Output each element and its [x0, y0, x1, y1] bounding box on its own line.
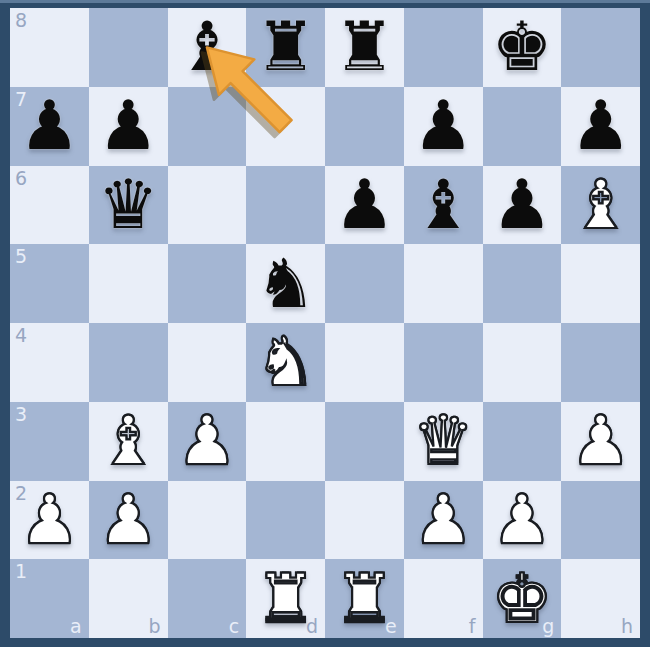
square-g8[interactable]: ♚: [483, 8, 562, 87]
square-g6[interactable]: ♟: [483, 166, 562, 245]
square-c7[interactable]: [168, 87, 247, 166]
file-label: c: [229, 617, 239, 636]
square-g1[interactable]: g♚: [483, 559, 562, 638]
black-pawn[interactable]: ♟: [413, 92, 474, 160]
file-label: b: [148, 617, 160, 636]
file-label: h: [621, 617, 633, 636]
white-pawn[interactable]: ♟: [413, 486, 474, 554]
square-b7[interactable]: ♟: [89, 87, 168, 166]
square-d6[interactable]: [246, 166, 325, 245]
square-h3[interactable]: ♟: [561, 402, 640, 481]
rank-label: 1: [15, 562, 27, 581]
black-pawn[interactable]: ♟: [334, 171, 395, 239]
white-king[interactable]: ♚: [491, 565, 552, 633]
chess-board-frame: 8♝♜♜♚7♟♟♟♟6♛♟♝♟♝5♞4♞3♝♟♛♟2♟♟♟♟1abcd♜e♜fg…: [0, 0, 650, 647]
square-e4[interactable]: [325, 323, 404, 402]
black-king[interactable]: ♚: [491, 13, 552, 81]
square-h8[interactable]: [561, 8, 640, 87]
square-f5[interactable]: [404, 244, 483, 323]
square-a5[interactable]: 5: [10, 244, 89, 323]
black-pawn[interactable]: ♟: [19, 92, 80, 160]
square-c3[interactable]: ♟: [168, 402, 247, 481]
rank-label: 3: [15, 405, 27, 424]
black-bishop[interactable]: ♝: [176, 13, 237, 81]
square-e5[interactable]: [325, 244, 404, 323]
square-h1[interactable]: h: [561, 559, 640, 638]
square-c4[interactable]: [168, 323, 247, 402]
square-a7[interactable]: 7♟: [10, 87, 89, 166]
square-d4[interactable]: ♞: [246, 323, 325, 402]
square-g2[interactable]: ♟: [483, 481, 562, 560]
black-pawn[interactable]: ♟: [98, 92, 159, 160]
square-h5[interactable]: [561, 244, 640, 323]
chess-board: 8♝♜♜♚7♟♟♟♟6♛♟♝♟♝5♞4♞3♝♟♛♟2♟♟♟♟1abcd♜e♜fg…: [10, 8, 640, 638]
square-c5[interactable]: [168, 244, 247, 323]
white-pawn[interactable]: ♟: [570, 407, 631, 475]
square-e7[interactable]: [325, 87, 404, 166]
square-e8[interactable]: ♜: [325, 8, 404, 87]
square-e1[interactable]: e♜: [325, 559, 404, 638]
square-a2[interactable]: 2♟: [10, 481, 89, 560]
black-bishop[interactable]: ♝: [413, 171, 474, 239]
square-f7[interactable]: ♟: [404, 87, 483, 166]
white-knight[interactable]: ♞: [255, 328, 316, 396]
black-pawn[interactable]: ♟: [570, 92, 631, 160]
square-a3[interactable]: 3: [10, 402, 89, 481]
square-b4[interactable]: [89, 323, 168, 402]
white-pawn[interactable]: ♟: [98, 486, 159, 554]
black-knight[interactable]: ♞: [255, 250, 316, 318]
square-b5[interactable]: [89, 244, 168, 323]
white-rook[interactable]: ♜: [334, 565, 395, 633]
square-f3[interactable]: ♛: [404, 402, 483, 481]
square-h6[interactable]: ♝: [561, 166, 640, 245]
file-label: a: [70, 617, 82, 636]
square-d2[interactable]: [246, 481, 325, 560]
white-pawn[interactable]: ♟: [19, 486, 80, 554]
square-c6[interactable]: [168, 166, 247, 245]
black-pawn[interactable]: ♟: [491, 171, 552, 239]
square-c2[interactable]: [168, 481, 247, 560]
square-f2[interactable]: ♟: [404, 481, 483, 560]
square-e6[interactable]: ♟: [325, 166, 404, 245]
rank-label: 8: [15, 11, 27, 30]
white-bishop[interactable]: ♝: [98, 407, 159, 475]
black-rook[interactable]: ♜: [255, 13, 316, 81]
rank-label: 5: [15, 247, 27, 266]
rank-label: 4: [15, 326, 27, 345]
rank-label: 6: [15, 169, 27, 188]
black-queen[interactable]: ♛: [98, 171, 159, 239]
white-rook[interactable]: ♜: [255, 565, 316, 633]
square-f8[interactable]: [404, 8, 483, 87]
square-b6[interactable]: ♛: [89, 166, 168, 245]
square-f4[interactable]: [404, 323, 483, 402]
square-b2[interactable]: ♟: [89, 481, 168, 560]
square-f6[interactable]: ♝: [404, 166, 483, 245]
square-f1[interactable]: f: [404, 559, 483, 638]
square-g5[interactable]: [483, 244, 562, 323]
white-queen[interactable]: ♛: [413, 407, 474, 475]
square-g3[interactable]: [483, 402, 562, 481]
square-h7[interactable]: ♟: [561, 87, 640, 166]
square-b8[interactable]: [89, 8, 168, 87]
square-c1[interactable]: c: [168, 559, 247, 638]
square-h2[interactable]: [561, 481, 640, 560]
square-d8[interactable]: ♜: [246, 8, 325, 87]
square-e3[interactable]: [325, 402, 404, 481]
white-pawn[interactable]: ♟: [176, 407, 237, 475]
square-a8[interactable]: 8: [10, 8, 89, 87]
square-a6[interactable]: 6: [10, 166, 89, 245]
black-rook[interactable]: ♜: [334, 13, 395, 81]
square-b1[interactable]: b: [89, 559, 168, 638]
square-d5[interactable]: ♞: [246, 244, 325, 323]
square-a4[interactable]: 4: [10, 323, 89, 402]
white-bishop[interactable]: ♝: [570, 171, 631, 239]
square-e2[interactable]: [325, 481, 404, 560]
white-pawn[interactable]: ♟: [491, 486, 552, 554]
square-c8[interactable]: ♝: [168, 8, 247, 87]
square-a1[interactable]: 1a: [10, 559, 89, 638]
square-h4[interactable]: [561, 323, 640, 402]
square-g4[interactable]: [483, 323, 562, 402]
square-d3[interactable]: [246, 402, 325, 481]
square-d7[interactable]: [246, 87, 325, 166]
square-d1[interactable]: d♜: [246, 559, 325, 638]
square-g7[interactable]: [483, 87, 562, 166]
square-b3[interactable]: ♝: [89, 402, 168, 481]
file-label: f: [469, 617, 476, 636]
